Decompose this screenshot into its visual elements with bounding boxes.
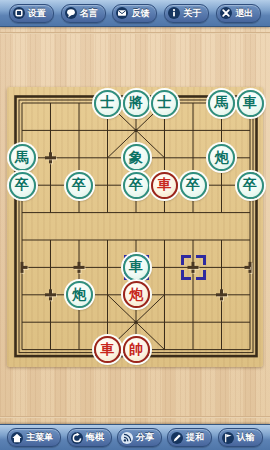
flag-icon	[222, 432, 234, 444]
app-screen: 设置名言反馈关于退出 士將士馬車馬象炮卒卒卒車卒卒車炮炮車帥 主菜单悔棋分享提和…	[0, 0, 270, 450]
undo-icon	[71, 432, 83, 444]
settings-button[interactable]: 设置	[9, 4, 54, 23]
xiangqi-board[interactable]: 士將士馬車馬象炮卒卒卒車卒卒車炮炮車帥	[7, 87, 263, 367]
piece-green-士[interactable]: 士	[151, 90, 178, 117]
exit-button[interactable]: 退出	[216, 4, 261, 23]
quote-icon	[65, 7, 77, 19]
top-toolbar: 设置名言反馈关于退出	[0, 0, 270, 27]
piece-red-車[interactable]: 車	[151, 172, 178, 199]
info-icon	[168, 7, 180, 19]
piece-green-馬[interactable]: 馬	[9, 144, 36, 171]
main-menu-label: 主菜单	[26, 431, 53, 444]
piece-green-卒[interactable]: 卒	[237, 172, 264, 199]
home-icon	[11, 432, 23, 444]
envelope-icon	[116, 7, 128, 19]
piece-green-卒[interactable]: 卒	[9, 172, 36, 199]
feedback-button[interactable]: 反馈	[112, 4, 157, 23]
wood-plank-seam	[0, 32, 270, 34]
piece-green-象[interactable]: 象	[123, 144, 150, 171]
piece-green-車[interactable]: 車	[123, 254, 150, 281]
piece-green-卒[interactable]: 卒	[180, 172, 207, 199]
bracket-corner	[196, 270, 206, 280]
move-target-marker[interactable]	[181, 255, 206, 280]
about-button[interactable]: 关于	[164, 4, 209, 23]
undo-move-button[interactable]: 悔棋	[67, 428, 112, 447]
settings-label: 设置	[28, 7, 46, 20]
resign-label: 认输	[237, 431, 255, 444]
bracket-corner	[196, 255, 206, 265]
exit-label: 退出	[235, 7, 253, 20]
quotes-label: 名言	[80, 7, 98, 20]
piece-green-士[interactable]: 士	[94, 90, 121, 117]
piece-green-馬[interactable]: 馬	[208, 90, 235, 117]
about-label: 关于	[183, 7, 201, 20]
close-icon	[220, 7, 232, 19]
wood-plank-seam	[0, 416, 270, 418]
quotes-button[interactable]: 名言	[61, 4, 106, 23]
feedback-label: 反馈	[131, 7, 149, 20]
bottom-toolbar: 主菜单悔棋分享提和认输	[0, 424, 270, 450]
offer-draw-label: 提和	[186, 431, 204, 444]
share-icon	[121, 432, 133, 444]
piece-green-卒[interactable]: 卒	[66, 172, 93, 199]
bracket-corner	[181, 255, 191, 265]
piece-green-卒[interactable]: 卒	[123, 172, 150, 199]
piece-red-炮[interactable]: 炮	[123, 281, 150, 308]
resign-button[interactable]: 认输	[218, 428, 263, 447]
piece-green-將[interactable]: 將	[123, 90, 150, 117]
main-menu-button[interactable]: 主菜单	[7, 428, 61, 447]
undo-move-label: 悔棋	[86, 431, 104, 444]
board-pieces-layer: 士將士馬車馬象炮卒卒卒車卒卒車炮炮車帥	[7, 87, 263, 367]
piece-red-車[interactable]: 車	[94, 336, 121, 363]
share-label: 分享	[136, 431, 154, 444]
offer-draw-button[interactable]: 提和	[167, 428, 212, 447]
piece-red-帥[interactable]: 帥	[123, 336, 150, 363]
settings-icon	[13, 7, 25, 19]
share-button[interactable]: 分享	[117, 428, 162, 447]
piece-green-炮[interactable]: 炮	[208, 144, 235, 171]
bracket-corner	[181, 270, 191, 280]
piece-green-車[interactable]: 車	[237, 90, 264, 117]
piece-green-炮[interactable]: 炮	[66, 281, 93, 308]
pencil-icon	[171, 432, 183, 444]
